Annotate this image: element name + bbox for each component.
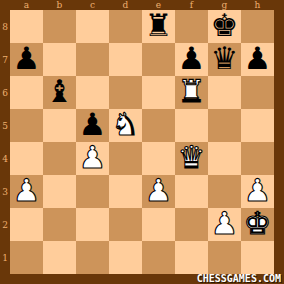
square-f2[interactable] [175,208,208,241]
file-label-a: a [10,0,43,10]
square-a5[interactable] [10,109,43,142]
square-d8[interactable] [109,10,142,43]
white-rook[interactable]: ♜ [178,75,206,108]
square-e6[interactable] [142,76,175,109]
square-b7[interactable] [43,43,76,76]
black-king[interactable]: ♚ [211,9,239,42]
black-pawn[interactable]: ♟ [79,108,107,141]
square-g4[interactable] [208,142,241,175]
square-a2[interactable] [10,208,43,241]
square-g2[interactable]: ♟ [208,208,241,241]
square-c7[interactable] [76,43,109,76]
square-a1[interactable] [10,241,43,274]
site-label: CHESSGAMES.COM [197,274,281,284]
rank-labels: 87654321 [0,10,10,274]
square-e3[interactable]: ♟ [142,175,175,208]
white-king[interactable]: ♚ [244,207,272,240]
square-h7[interactable]: ♟ [241,43,274,76]
square-f6[interactable]: ♜ [175,76,208,109]
square-g6[interactable] [208,76,241,109]
square-c8[interactable] [76,10,109,43]
file-label-c: c [76,0,109,10]
black-bishop[interactable]: ♝ [46,75,74,108]
square-e2[interactable] [142,208,175,241]
black-pawn[interactable]: ♟ [244,42,272,75]
white-knight[interactable]: ♞ [112,108,140,141]
square-b6[interactable]: ♝ [43,76,76,109]
square-h2[interactable]: ♚ [241,208,274,241]
square-h4[interactable] [241,142,274,175]
rank-label-5: 5 [0,109,10,142]
square-f7[interactable]: ♟ [175,43,208,76]
square-e1[interactable] [142,241,175,274]
white-pawn[interactable]: ♟ [79,141,107,174]
rank-label-8: 8 [0,10,10,43]
square-c1[interactable] [76,241,109,274]
square-d1[interactable] [109,241,142,274]
square-b2[interactable] [43,208,76,241]
square-d7[interactable] [109,43,142,76]
square-b8[interactable] [43,10,76,43]
square-h3[interactable]: ♟ [241,175,274,208]
square-f1[interactable] [175,241,208,274]
square-h1[interactable] [241,241,274,274]
black-pawn[interactable]: ♟ [178,42,206,75]
square-c2[interactable] [76,208,109,241]
square-a8[interactable] [10,10,43,43]
square-f8[interactable] [175,10,208,43]
square-h5[interactable] [241,109,274,142]
square-e5[interactable] [142,109,175,142]
white-pawn[interactable]: ♟ [244,174,272,207]
white-pawn[interactable]: ♟ [13,174,41,207]
square-g8[interactable]: ♚ [208,10,241,43]
square-c6[interactable] [76,76,109,109]
square-a3[interactable]: ♟ [10,175,43,208]
square-d3[interactable] [109,175,142,208]
white-pawn[interactable]: ♟ [145,174,173,207]
rank-label-7: 7 [0,43,10,76]
square-d4[interactable] [109,142,142,175]
rank-label-2: 2 [0,208,10,241]
white-pawn[interactable]: ♟ [211,207,239,240]
square-f4[interactable]: ♛ [175,142,208,175]
rank-label-4: 4 [0,142,10,175]
square-e4[interactable] [142,142,175,175]
footer-bar: CHESSGAMES.COM [0,274,284,284]
square-g7[interactable]: ♛ [208,43,241,76]
square-g3[interactable] [208,175,241,208]
chess-board: ♜♚♟♟♛♟♝♜♟♞♟♛♟♟♟♟♚ [10,10,274,274]
square-f3[interactable] [175,175,208,208]
square-b1[interactable] [43,241,76,274]
square-a6[interactable] [10,76,43,109]
file-label-f: f [175,0,208,10]
square-h6[interactable] [241,76,274,109]
square-b5[interactable] [43,109,76,142]
file-label-h: h [241,0,274,10]
square-h8[interactable] [241,10,274,43]
square-d5[interactable]: ♞ [109,109,142,142]
square-f5[interactable] [175,109,208,142]
square-g5[interactable] [208,109,241,142]
square-g1[interactable] [208,241,241,274]
rank-label-3: 3 [0,175,10,208]
black-pawn[interactable]: ♟ [13,42,41,75]
square-a7[interactable]: ♟ [10,43,43,76]
file-label-d: d [109,0,142,10]
square-c5[interactable]: ♟ [76,109,109,142]
rank-label-1: 1 [0,241,10,274]
square-e7[interactable] [142,43,175,76]
square-c4[interactable]: ♟ [76,142,109,175]
rank-label-6: 6 [0,76,10,109]
square-d6[interactable] [109,76,142,109]
board-frame: abcdefgh 87654321 ♜♚♟♟♛♟♝♜♟♞♟♛♟♟♟♟♚ CHES… [0,0,284,284]
black-queen[interactable]: ♛ [211,42,239,75]
square-c3[interactable] [76,175,109,208]
black-rook[interactable]: ♜ [145,9,173,42]
square-a4[interactable] [10,142,43,175]
square-b4[interactable] [43,142,76,175]
square-d2[interactable] [109,208,142,241]
square-b3[interactable] [43,175,76,208]
file-label-b: b [43,0,76,10]
white-queen[interactable]: ♛ [178,141,206,174]
square-e8[interactable]: ♜ [142,10,175,43]
